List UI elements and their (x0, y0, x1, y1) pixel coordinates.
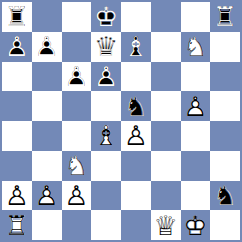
square-h1[interactable] (210, 210, 240, 240)
square-e2[interactable] (121, 181, 151, 211)
square-f7[interactable] (151, 32, 181, 62)
square-e4[interactable]: ♟♙ (121, 121, 151, 151)
piece-line-layer: ♘ (121, 91, 151, 121)
square-h5[interactable] (210, 91, 240, 121)
square-b4[interactable] (32, 121, 62, 151)
piece-line-layer: ♙ (32, 181, 62, 211)
square-h3[interactable] (210, 151, 240, 181)
piece-line-layer: ♙ (2, 181, 32, 211)
square-f1[interactable]: ♛♕ (151, 210, 181, 240)
white-king[interactable]: ♚♔ (181, 210, 211, 240)
white-knight[interactable]: ♞♘ (181, 32, 211, 62)
piece-line-layer: ♖ (210, 2, 240, 32)
black-knight[interactable]: ♞♘ (210, 181, 240, 211)
piece-line-layer: ♕ (151, 210, 181, 240)
square-g6[interactable] (181, 62, 211, 92)
black-queen[interactable]: ♛♕ (91, 32, 121, 62)
square-b1[interactable] (32, 210, 62, 240)
black-king[interactable]: ♚♔ (91, 2, 121, 32)
square-b2[interactable]: ♟♙ (32, 181, 62, 211)
black-bishop[interactable]: ♝♗ (121, 32, 151, 62)
square-c8[interactable] (62, 2, 92, 32)
square-f6[interactable] (151, 62, 181, 92)
square-h7[interactable] (210, 32, 240, 62)
white-pawn[interactable]: ♟♙ (32, 181, 62, 211)
square-d8[interactable]: ♚♔ (91, 2, 121, 32)
square-b5[interactable] (32, 91, 62, 121)
chess-board: ♜♖♚♔♜♖♟♙♟♙♛♕♝♗♞♘♟♙♟♙♞♘♟♙♝♗♟♙♞♘♟♙♟♙♟♙♞♘♜♖… (0, 0, 242, 242)
piece-line-layer: ♔ (181, 210, 211, 240)
piece-line-layer: ♕ (91, 32, 121, 62)
square-g2[interactable] (181, 181, 211, 211)
square-f8[interactable] (151, 2, 181, 32)
piece-line-layer: ♙ (121, 121, 151, 151)
square-b3[interactable] (32, 151, 62, 181)
square-d6[interactable]: ♟♙ (91, 62, 121, 92)
black-pawn[interactable]: ♟♙ (91, 62, 121, 92)
square-d1[interactable] (91, 210, 121, 240)
square-e3[interactable] (121, 151, 151, 181)
square-b8[interactable] (32, 2, 62, 32)
square-e1[interactable] (121, 210, 151, 240)
piece-line-layer: ♗ (121, 32, 151, 62)
square-c7[interactable] (62, 32, 92, 62)
square-f5[interactable] (151, 91, 181, 121)
square-d3[interactable] (91, 151, 121, 181)
square-c3[interactable]: ♞♘ (62, 151, 92, 181)
piece-line-layer: ♙ (32, 32, 62, 62)
square-c5[interactable] (62, 91, 92, 121)
square-d2[interactable] (91, 181, 121, 211)
white-bishop[interactable]: ♝♗ (91, 121, 121, 151)
square-d5[interactable] (91, 91, 121, 121)
square-h2[interactable]: ♞♘ (210, 181, 240, 211)
square-g8[interactable] (181, 2, 211, 32)
piece-line-layer: ♙ (62, 181, 92, 211)
square-a1[interactable]: ♜♖ (2, 210, 32, 240)
square-e7[interactable]: ♝♗ (121, 32, 151, 62)
piece-line-layer: ♘ (181, 32, 211, 62)
black-rook[interactable]: ♜♖ (2, 2, 32, 32)
square-b7[interactable]: ♟♙ (32, 32, 62, 62)
black-pawn[interactable]: ♟♙ (32, 32, 62, 62)
square-f4[interactable] (151, 121, 181, 151)
square-g5[interactable]: ♟♙ (181, 91, 211, 121)
square-a3[interactable] (2, 151, 32, 181)
square-d7[interactable]: ♛♕ (91, 32, 121, 62)
square-c4[interactable] (62, 121, 92, 151)
square-f2[interactable] (151, 181, 181, 211)
white-knight[interactable]: ♞♘ (62, 151, 92, 181)
piece-line-layer: ♖ (2, 210, 32, 240)
black-pawn[interactable]: ♟♙ (62, 62, 92, 92)
piece-line-layer: ♙ (181, 91, 211, 121)
square-a7[interactable]: ♟♙ (2, 32, 32, 62)
white-pawn[interactable]: ♟♙ (62, 181, 92, 211)
square-b6[interactable] (32, 62, 62, 92)
square-h8[interactable]: ♜♖ (210, 2, 240, 32)
white-queen[interactable]: ♛♕ (151, 210, 181, 240)
square-e6[interactable] (121, 62, 151, 92)
square-c2[interactable]: ♟♙ (62, 181, 92, 211)
black-knight[interactable]: ♞♘ (121, 91, 151, 121)
square-c1[interactable] (62, 210, 92, 240)
square-a8[interactable]: ♜♖ (2, 2, 32, 32)
square-a2[interactable]: ♟♙ (2, 181, 32, 211)
piece-line-layer: ♙ (62, 62, 92, 92)
square-g3[interactable] (181, 151, 211, 181)
square-f3[interactable] (151, 151, 181, 181)
piece-line-layer: ♔ (91, 2, 121, 32)
square-c6[interactable]: ♟♙ (62, 62, 92, 92)
piece-line-layer: ♘ (210, 181, 240, 211)
square-g1[interactable]: ♚♔ (181, 210, 211, 240)
piece-line-layer: ♙ (2, 32, 32, 62)
square-e8[interactable] (121, 2, 151, 32)
black-rook[interactable]: ♜♖ (210, 2, 240, 32)
white-pawn[interactable]: ♟♙ (181, 91, 211, 121)
square-h6[interactable] (210, 62, 240, 92)
white-pawn[interactable]: ♟♙ (2, 181, 32, 211)
square-a4[interactable] (2, 121, 32, 151)
square-g4[interactable] (181, 121, 211, 151)
square-g7[interactable]: ♞♘ (181, 32, 211, 62)
piece-line-layer: ♗ (91, 121, 121, 151)
piece-line-layer: ♘ (62, 151, 92, 181)
piece-line-layer: ♖ (2, 2, 32, 32)
black-pawn[interactable]: ♟♙ (2, 32, 32, 62)
piece-line-layer: ♙ (91, 62, 121, 92)
square-h4[interactable] (210, 121, 240, 151)
white-rook[interactable]: ♜♖ (2, 210, 32, 240)
square-d4[interactable]: ♝♗ (91, 121, 121, 151)
square-a6[interactable] (2, 62, 32, 92)
square-a5[interactable] (2, 91, 32, 121)
square-e5[interactable]: ♞♘ (121, 91, 151, 121)
white-pawn[interactable]: ♟♙ (121, 121, 151, 151)
